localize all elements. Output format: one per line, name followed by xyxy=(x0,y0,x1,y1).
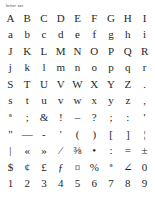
glyph-cell-r2c7: g xyxy=(103,27,120,44)
glyph-cell-r7c3: & xyxy=(36,109,53,126)
glyph-cell-r1c4: D xyxy=(52,10,69,27)
glyph-cell-r5c2: T xyxy=(19,76,36,93)
glyph-cell-r3c1: J xyxy=(2,43,19,60)
glyph-cell-r2c8: h xyxy=(119,27,136,44)
glyph-cell-r6c4: v xyxy=(52,93,69,110)
glyph-cell-r5c6: X xyxy=(86,76,103,93)
glyph-cell-r8c6: ) xyxy=(86,126,103,143)
glyph-cell-r2c4: d xyxy=(52,27,69,44)
glyph-cell-r4c6: o xyxy=(86,60,103,77)
glyph-cell-r6c8: z xyxy=(119,93,136,110)
glyph-cell-r4c9: r xyxy=(136,60,153,77)
glyph-cell-r10c8: ∠ xyxy=(119,159,136,176)
glyph-cell-r2c1: a xyxy=(2,27,19,44)
glyph-cell-r7c6: ? xyxy=(86,109,103,126)
glyph-cell-r1c6: F xyxy=(86,10,103,27)
glyph-cell-r2c2: b xyxy=(19,27,36,44)
glyph-cell-r8c8: ] xyxy=(119,126,136,143)
glyph-cell-r4c8: q xyxy=(119,60,136,77)
glyph-cell-r9c9: ± xyxy=(136,142,153,159)
glyph-cell-r7c9: ' xyxy=(136,109,153,126)
glyph-cell-r7c2: ; xyxy=(19,109,36,126)
glyph-cell-r6c3: u xyxy=(36,93,53,110)
glyph-cell-r5c9: . xyxy=(136,76,153,93)
glyph-cell-r10c1: $ xyxy=(2,159,19,176)
glyph-cell-r8c7: [ xyxy=(103,126,120,143)
glyph-cell-r9c1: | xyxy=(2,142,19,159)
glyph-cell-r11c3: 3 xyxy=(36,175,53,192)
glyph-cell-r6c9: , xyxy=(136,93,153,110)
glyph-cell-r7c4: ! xyxy=(52,109,69,126)
glyph-cell-r1c2: B xyxy=(19,10,36,27)
glyph-cell-r8c5: ( xyxy=(69,126,86,143)
glyph-cell-r5c1: S xyxy=(2,76,19,93)
glyph-cell-r11c1: 1 xyxy=(2,175,19,192)
glyph-cell-r1c7: G xyxy=(103,10,120,27)
glyph-cell-r11c5: 5 xyxy=(69,175,86,192)
glyph-cell-r9c2: « xyxy=(19,142,36,159)
glyph-cell-r6c7: y xyxy=(103,93,120,110)
glyph-cell-r1c5: E xyxy=(69,10,86,27)
glyph-cell-r10c5: ¤ xyxy=(69,159,86,176)
glyph-cell-r7c1: ª xyxy=(2,109,19,126)
glyph-cell-r3c9: R xyxy=(136,43,153,60)
glyph-cell-r8c4: ' xyxy=(52,126,69,143)
glyph-cell-r4c7: p xyxy=(103,60,120,77)
glyph-cell-r11c9: 9 xyxy=(136,175,153,192)
glyph-cell-r10c6: % xyxy=(86,159,103,176)
glyph-cell-r7c7: ; xyxy=(103,109,120,126)
glyph-cell-r9c4: ⁄ xyxy=(52,142,69,159)
glyph-cell-r3c5: N xyxy=(69,43,86,60)
glyph-cell-r3c3: L xyxy=(36,43,53,60)
glyph-cell-r6c1: s xyxy=(2,93,19,110)
glyph-cell-r1c9: I xyxy=(136,10,153,27)
glyph-cell-r9c5: ⅜ xyxy=(69,142,86,159)
glyph-cell-r2c5: e xyxy=(69,27,86,44)
glyph-cell-r5c8: Z xyxy=(119,76,136,93)
glyph-cell-r2c9: i xyxy=(136,27,153,44)
glyph-cell-r6c2: t xyxy=(19,93,36,110)
glyph-cell-r8c1: " xyxy=(2,126,19,143)
glyph-cell-r8c9: ¦ xyxy=(136,126,153,143)
glyph-cell-r11c4: 4 xyxy=(52,175,69,192)
glyph-cell-r6c6: x xyxy=(86,93,103,110)
glyph-cell-r4c1: j xyxy=(2,60,19,77)
glyph-cell-r7c8: : xyxy=(119,109,136,126)
glyph-cell-r2c6: f xyxy=(86,27,103,44)
glyph-cell-r10c2: ¢ xyxy=(19,159,36,176)
glyph-cell-r3c6: O xyxy=(86,43,103,60)
glyph-cell-r9c8: = xyxy=(119,142,136,159)
glyph-cell-r7c5: – xyxy=(69,109,86,126)
glyph-cell-r4c4: m xyxy=(52,60,69,77)
glyph-cell-r9c3: » xyxy=(36,142,53,159)
glyph-cell-r8c3: - xyxy=(36,126,53,143)
glyph-cell-r5c3: U xyxy=(36,76,53,93)
glyph-cell-r1c1: A xyxy=(2,10,19,27)
glyph-cell-r5c4: V xyxy=(52,76,69,93)
glyph-cell-r4c5: n xyxy=(69,60,86,77)
glyph-cell-r6c5: w xyxy=(69,93,86,110)
glyph-cell-r5c7: Y xyxy=(103,76,120,93)
glyph-cell-r9c6: • xyxy=(86,142,103,159)
glyph-cell-r10c7: ª xyxy=(103,159,120,176)
glyph-cell-r2c3: c xyxy=(36,27,53,44)
glyph-cell-r11c8: 8 xyxy=(119,175,136,192)
glyph-cell-r5c5: W xyxy=(69,76,86,93)
glyph-cell-r1c3: C xyxy=(36,10,53,27)
glyph-cell-r4c2: k xyxy=(19,60,36,77)
glyph-cell-r11c2: 2 xyxy=(19,175,36,192)
glyph-cell-r8c2: — xyxy=(19,126,36,143)
glyph-cell-r11c7: 7 xyxy=(103,175,120,192)
specimen-sheet: letter set ABCDEFGHIabcdefghiJKLMNOPQRjk… xyxy=(0,0,155,200)
glyph-cell-r3c4: M xyxy=(52,43,69,60)
glyph-cell-r10c3: £ xyxy=(36,159,53,176)
glyph-cell-r11c6: 6 xyxy=(86,175,103,192)
glyph-cell-r3c8: Q xyxy=(119,43,136,60)
glyph-cell-r4c3: l xyxy=(36,60,53,77)
glyph-cell-r3c7: P xyxy=(103,43,120,60)
glyph-cell-r10c4: ƒ xyxy=(52,159,69,176)
glyph-cell-r1c8: H xyxy=(119,10,136,27)
character-grid: ABCDEFGHIabcdefghiJKLMNOPQRjklmnopqrSTUV… xyxy=(2,10,153,192)
glyph-cell-r3c2: K xyxy=(19,43,36,60)
sheet-title: letter set xyxy=(6,3,23,8)
glyph-cell-r9c7: : xyxy=(103,142,120,159)
glyph-cell-r10c9: 0 xyxy=(136,159,153,176)
